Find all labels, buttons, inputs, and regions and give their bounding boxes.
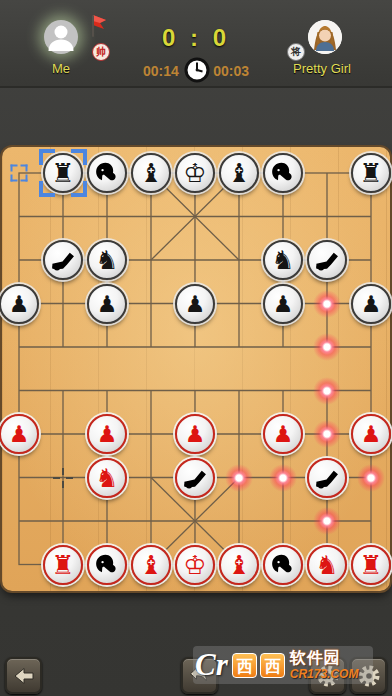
piece-red-horse[interactable]: ♞ [307, 545, 347, 585]
opponent-timer: 00:03 [213, 63, 249, 79]
piece-red-pawn[interactable]: ♟ [0, 414, 39, 454]
last-move-from-marker [11, 165, 28, 182]
piece-red-elephant[interactable] [87, 545, 127, 585]
piece-black-cannon[interactable] [43, 240, 83, 280]
last-move-to-marker [39, 149, 87, 197]
watermark-domain: CR173.COM [290, 668, 359, 680]
opponent-player-name: Pretty Girl [277, 61, 367, 76]
red-general-badge: 帅 [92, 43, 110, 61]
person-silhouette-icon [44, 20, 78, 54]
piece-black-pawn[interactable]: ♟ [0, 284, 39, 324]
move-hint-dot[interactable] [225, 464, 253, 492]
score-display: 0 : 0 [146, 24, 246, 52]
piece-red-pawn[interactable]: ♟ [351, 414, 391, 454]
piece-black-pawn[interactable]: ♟ [263, 284, 303, 324]
piece-red-rook[interactable]: ♜ [43, 545, 83, 585]
piece-red-pawn[interactable]: ♟ [87, 414, 127, 454]
piece-red-cannon[interactable] [175, 458, 215, 498]
piece-black-king[interactable]: ♔ [175, 153, 215, 193]
girl-portrait-icon [308, 20, 342, 54]
piece-black-pawn[interactable]: ♟ [351, 284, 391, 324]
my-timer: 00:14 [143, 63, 179, 79]
piece-black-advisor[interactable]: ♝ [131, 153, 171, 193]
black-general-badge: 将 [287, 43, 305, 61]
move-hint-dot[interactable] [313, 290, 341, 318]
score-right: 0 [213, 24, 230, 51]
watermark-xi2: 西 [260, 653, 285, 678]
game-screen: 帅 Me 0 : 0 00:14 00:03 将 [0, 0, 392, 696]
watermark-name: 软件园 [290, 650, 359, 666]
header-bar: 帅 Me 0 : 0 00:14 00:03 将 [0, 0, 392, 88]
move-hint-dot[interactable] [313, 507, 341, 535]
timers: 00:14 00:03 [140, 60, 252, 86]
piece-black-advisor[interactable]: ♝ [219, 153, 259, 193]
score-left: 0 [162, 24, 179, 51]
piece-black-horse[interactable]: ♞ [87, 240, 127, 280]
move-hint-dot[interactable] [313, 377, 341, 405]
piece-red-elephant[interactable] [263, 545, 303, 585]
move-hint-dot[interactable] [313, 420, 341, 448]
site-watermark: Cr 西 西 软件园 CR173.COM [193, 646, 373, 684]
piece-black-rook[interactable]: ♜ [351, 153, 391, 193]
piece-black-horse[interactable]: ♞ [263, 240, 303, 280]
xiangqi-board[interactable]: ♜♝♔♝♜♞♞♟♟♟♟♟♟♟♟♟♟♞♜♝♔♝♞♜ [2, 147, 390, 591]
piece-black-pawn[interactable]: ♟ [175, 284, 215, 324]
red-flag-icon [88, 13, 108, 43]
clock-icon [184, 57, 210, 87]
piece-red-horse[interactable]: ♞ [87, 458, 127, 498]
piece-black-elephant[interactable] [87, 153, 127, 193]
back-button[interactable] [5, 657, 42, 694]
piece-red-advisor[interactable]: ♝ [131, 545, 171, 585]
piece-red-cannon[interactable] [307, 458, 347, 498]
piece-black-pawn[interactable]: ♟ [87, 284, 127, 324]
opponent-avatar[interactable] [308, 20, 342, 54]
my-player-name: Me [16, 61, 106, 76]
move-hint-dot[interactable] [313, 333, 341, 361]
piece-red-rook[interactable]: ♜ [351, 545, 391, 585]
back-arrow-icon [12, 664, 36, 688]
piece-red-advisor[interactable]: ♝ [219, 545, 259, 585]
my-avatar[interactable] [44, 20, 78, 54]
piece-red-pawn[interactable]: ♟ [263, 414, 303, 454]
move-hint-dot[interactable] [269, 464, 297, 492]
piece-red-pawn[interactable]: ♟ [175, 414, 215, 454]
piece-black-elephant[interactable] [263, 153, 303, 193]
score-separator: : [190, 24, 202, 51]
watermark-cr: Cr [195, 647, 228, 683]
watermark-xi1: 西 [232, 653, 257, 678]
move-hint-dot[interactable] [357, 464, 385, 492]
piece-black-cannon[interactable] [307, 240, 347, 280]
origin-crosshair-marker [53, 468, 73, 488]
piece-red-king[interactable]: ♔ [175, 545, 215, 585]
